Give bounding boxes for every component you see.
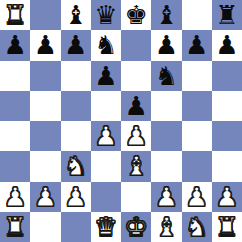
white-pawn-piece[interactable]: ♟: [94, 123, 117, 149]
white-pawn-piece[interactable]: ♟: [3, 184, 26, 210]
square-a3[interactable]: [0, 151, 30, 181]
square-f6[interactable]: ♞: [151, 61, 181, 91]
square-e8[interactable]: ♚: [121, 0, 151, 30]
white-pawn-piece[interactable]: ♟: [215, 184, 238, 210]
square-g5[interactable]: [182, 91, 212, 121]
square-c6[interactable]: [61, 61, 91, 91]
square-e1[interactable]: ♚: [121, 212, 151, 242]
white-pawn-piece[interactable]: ♟: [185, 184, 208, 210]
square-h7[interactable]: ♟: [212, 30, 242, 60]
square-c1[interactable]: [61, 212, 91, 242]
square-g4[interactable]: [182, 121, 212, 151]
square-h1[interactable]: ♜: [212, 212, 242, 242]
black-rook-piece[interactable]: ♜: [215, 2, 238, 28]
white-pawn-piece[interactable]: ♟: [155, 184, 178, 210]
white-bishop-piece[interactable]: ♝: [124, 153, 147, 179]
black-pawn-piece[interactable]: ♟: [155, 32, 178, 58]
square-c4[interactable]: [61, 121, 91, 151]
black-pawn-piece[interactable]: ♟: [3, 32, 26, 58]
square-c8[interactable]: ♝: [61, 0, 91, 30]
square-b1[interactable]: [30, 212, 60, 242]
white-knight-piece[interactable]: ♞: [64, 153, 87, 179]
square-b5[interactable]: [30, 91, 60, 121]
square-b2[interactable]: ♟: [30, 182, 60, 212]
white-rook-piece[interactable]: ♜: [215, 214, 238, 240]
square-a1[interactable]: ♜: [0, 212, 30, 242]
square-d6[interactable]: ♟: [91, 61, 121, 91]
black-knight-piece[interactable]: ♞: [94, 32, 117, 58]
square-g7[interactable]: ♟: [182, 30, 212, 60]
white-rook-piece[interactable]: ♜: [3, 214, 26, 240]
square-f2[interactable]: ♟: [151, 182, 181, 212]
square-g3[interactable]: [182, 151, 212, 181]
square-e2[interactable]: [121, 182, 151, 212]
square-d5[interactable]: [91, 91, 121, 121]
white-bishop-piece[interactable]: ♝: [155, 214, 178, 240]
square-f8[interactable]: ♝: [151, 0, 181, 30]
square-h8[interactable]: ♜: [212, 0, 242, 30]
square-e4[interactable]: ♟: [121, 121, 151, 151]
black-pawn-piece[interactable]: ♟: [34, 32, 57, 58]
square-c3[interactable]: ♞: [61, 151, 91, 181]
black-knight-piece[interactable]: ♞: [155, 63, 178, 89]
square-g2[interactable]: ♟: [182, 182, 212, 212]
square-a5[interactable]: [0, 91, 30, 121]
square-a6[interactable]: [0, 61, 30, 91]
square-g1[interactable]: ♞: [182, 212, 212, 242]
square-b8[interactable]: [30, 0, 60, 30]
black-pawn-piece[interactable]: ♟: [124, 93, 147, 119]
white-king-piece[interactable]: ♚: [124, 214, 147, 240]
square-f4[interactable]: [151, 121, 181, 151]
black-pawn-piece[interactable]: ♟: [64, 32, 87, 58]
square-b3[interactable]: [30, 151, 60, 181]
white-rook-piece[interactable]: ♜: [3, 2, 26, 28]
square-g8[interactable]: [182, 0, 212, 30]
square-c7[interactable]: ♟: [61, 30, 91, 60]
black-pawn-piece[interactable]: ♟: [215, 32, 238, 58]
square-g6[interactable]: [182, 61, 212, 91]
square-f3[interactable]: [151, 151, 181, 181]
square-d2[interactable]: [91, 182, 121, 212]
square-b6[interactable]: [30, 61, 60, 91]
square-d1[interactable]: ♛: [91, 212, 121, 242]
square-h2[interactable]: ♟: [212, 182, 242, 212]
square-f7[interactable]: ♟: [151, 30, 181, 60]
square-b4[interactable]: [30, 121, 60, 151]
square-d3[interactable]: [91, 151, 121, 181]
white-pawn-piece[interactable]: ♟: [64, 184, 87, 210]
black-bishop-piece[interactable]: ♝: [64, 2, 87, 28]
black-pawn-piece[interactable]: ♟: [94, 63, 117, 89]
square-h3[interactable]: [212, 151, 242, 181]
square-c2[interactable]: ♟: [61, 182, 91, 212]
square-h6[interactable]: [212, 61, 242, 91]
square-d8[interactable]: ♛: [91, 0, 121, 30]
square-f5[interactable]: [151, 91, 181, 121]
square-a7[interactable]: ♟: [0, 30, 30, 60]
square-f1[interactable]: ♝: [151, 212, 181, 242]
white-pawn-piece[interactable]: ♟: [34, 184, 57, 210]
square-a8[interactable]: ♜: [0, 0, 30, 30]
square-e5[interactable]: ♟: [121, 91, 151, 121]
white-knight-piece[interactable]: ♞: [185, 214, 208, 240]
square-d7[interactable]: ♞: [91, 30, 121, 60]
square-e3[interactable]: ♝: [121, 151, 151, 181]
black-bishop-piece[interactable]: ♝: [155, 2, 178, 28]
square-e6[interactable]: [121, 61, 151, 91]
square-d4[interactable]: ♟: [91, 121, 121, 151]
square-h5[interactable]: [212, 91, 242, 121]
square-c5[interactable]: [61, 91, 91, 121]
white-queen-piece[interactable]: ♛: [94, 214, 117, 240]
chess-board: ♜♝♛♚♝♜♟♟♟♞♟♟♟♟♞♟♟♟♞♝♟♟♟♟♟♟♜♛♚♝♞♜: [0, 0, 242, 242]
square-h4[interactable]: [212, 121, 242, 151]
square-a4[interactable]: [0, 121, 30, 151]
black-king-piece[interactable]: ♚: [124, 2, 147, 28]
square-a2[interactable]: ♟: [0, 182, 30, 212]
square-e7[interactable]: [121, 30, 151, 60]
black-queen-piece[interactable]: ♛: [94, 2, 117, 28]
black-pawn-piece[interactable]: ♟: [185, 32, 208, 58]
square-b7[interactable]: ♟: [30, 30, 60, 60]
white-pawn-piece[interactable]: ♟: [124, 123, 147, 149]
